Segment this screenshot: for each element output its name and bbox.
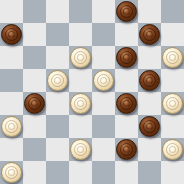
square-e6 xyxy=(92,46,115,69)
square-e7[interactable] xyxy=(92,23,115,46)
square-c2 xyxy=(46,138,69,161)
square-f6[interactable]: ⛂ xyxy=(115,46,138,69)
white-man-piece[interactable]: ⛀ xyxy=(70,47,91,68)
square-c7[interactable] xyxy=(46,23,69,46)
square-g6 xyxy=(138,46,161,69)
square-b1 xyxy=(23,161,46,184)
white-man-piece[interactable]: ⛀ xyxy=(1,116,22,137)
square-e8 xyxy=(92,0,115,23)
square-d7 xyxy=(69,23,92,46)
square-g4 xyxy=(138,92,161,115)
black-man-piece[interactable]: ⛂ xyxy=(116,93,137,114)
square-h6[interactable]: ⛀ xyxy=(161,46,184,69)
square-f7 xyxy=(115,23,138,46)
square-h5 xyxy=(161,69,184,92)
square-f4[interactable]: ⛂ xyxy=(115,92,138,115)
square-f5 xyxy=(115,69,138,92)
square-b8[interactable] xyxy=(23,0,46,23)
square-e1[interactable] xyxy=(92,161,115,184)
square-h3 xyxy=(161,115,184,138)
square-d6[interactable]: ⛀ xyxy=(69,46,92,69)
square-g3[interactable]: ⛂ xyxy=(138,115,161,138)
square-g1[interactable] xyxy=(138,161,161,184)
square-e2 xyxy=(92,138,115,161)
square-d1 xyxy=(69,161,92,184)
checkers-board: ⛂⛂⛂⛀⛂⛀⛀⛀⛂⛂⛀⛂⛀⛀⛂⛀⛂⛀⛀ xyxy=(0,0,184,184)
black-man-piece[interactable]: ⛂ xyxy=(116,47,137,68)
square-g5[interactable]: ⛂ xyxy=(138,69,161,92)
square-d5 xyxy=(69,69,92,92)
square-c5[interactable]: ⛀ xyxy=(46,69,69,92)
square-g7[interactable]: ⛂ xyxy=(138,23,161,46)
square-c3[interactable] xyxy=(46,115,69,138)
square-h7 xyxy=(161,23,184,46)
square-a2 xyxy=(0,138,23,161)
white-man-piece[interactable]: ⛀ xyxy=(93,70,114,91)
white-man-piece[interactable]: ⛀ xyxy=(47,70,68,91)
black-man-piece[interactable]: ⛂ xyxy=(116,139,137,160)
square-a7[interactable]: ⛂ xyxy=(0,23,23,46)
square-d2[interactable]: ⛀ xyxy=(69,138,92,161)
black-man-piece[interactable]: ⛂ xyxy=(24,93,45,114)
square-g2 xyxy=(138,138,161,161)
square-h8[interactable] xyxy=(161,0,184,23)
square-a4 xyxy=(0,92,23,115)
square-b2[interactable] xyxy=(23,138,46,161)
square-b7 xyxy=(23,23,46,46)
white-man-piece[interactable]: ⛀ xyxy=(162,47,183,68)
square-e3[interactable] xyxy=(92,115,115,138)
square-c8 xyxy=(46,0,69,23)
square-b5 xyxy=(23,69,46,92)
white-man-piece[interactable]: ⛀ xyxy=(162,93,183,114)
square-d4[interactable]: ⛀ xyxy=(69,92,92,115)
square-h1 xyxy=(161,161,184,184)
square-h2[interactable]: ⛀ xyxy=(161,138,184,161)
square-d8[interactable] xyxy=(69,0,92,23)
square-e4 xyxy=(92,92,115,115)
square-g8 xyxy=(138,0,161,23)
black-man-piece[interactable]: ⛂ xyxy=(116,1,137,22)
square-a6 xyxy=(0,46,23,69)
square-b6[interactable] xyxy=(23,46,46,69)
black-man-piece[interactable]: ⛂ xyxy=(139,116,160,137)
square-f3 xyxy=(115,115,138,138)
square-f2[interactable]: ⛂ xyxy=(115,138,138,161)
square-a5[interactable] xyxy=(0,69,23,92)
square-c4 xyxy=(46,92,69,115)
white-man-piece[interactable]: ⛀ xyxy=(70,93,91,114)
square-a1[interactable]: ⛀ xyxy=(0,161,23,184)
black-man-piece[interactable]: ⛂ xyxy=(139,24,160,45)
black-man-piece[interactable]: ⛂ xyxy=(139,70,160,91)
square-e5[interactable]: ⛀ xyxy=(92,69,115,92)
square-c1[interactable] xyxy=(46,161,69,184)
square-a8 xyxy=(0,0,23,23)
square-c6 xyxy=(46,46,69,69)
white-man-piece[interactable]: ⛀ xyxy=(162,139,183,160)
square-b3 xyxy=(23,115,46,138)
square-f1 xyxy=(115,161,138,184)
square-f8[interactable]: ⛂ xyxy=(115,0,138,23)
black-man-piece[interactable]: ⛂ xyxy=(1,24,22,45)
square-d3 xyxy=(69,115,92,138)
square-h4[interactable]: ⛀ xyxy=(161,92,184,115)
square-b4[interactable]: ⛂ xyxy=(23,92,46,115)
white-man-piece[interactable]: ⛀ xyxy=(1,162,22,183)
square-a3[interactable]: ⛀ xyxy=(0,115,23,138)
white-man-piece[interactable]: ⛀ xyxy=(70,139,91,160)
